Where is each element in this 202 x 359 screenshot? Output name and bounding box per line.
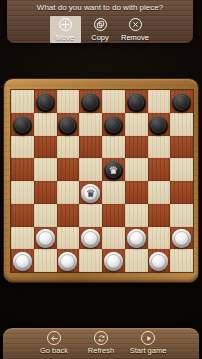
board-square[interactable]	[125, 249, 148, 272]
checkers-board-frame: ♛♛	[3, 78, 199, 283]
king-crown-icon: ♛	[104, 161, 123, 180]
board-square[interactable]	[11, 181, 34, 204]
white-king[interactable]: ♛	[81, 184, 100, 203]
board-square[interactable]	[57, 181, 80, 204]
board-square[interactable]	[34, 90, 57, 113]
board-square[interactable]	[102, 90, 125, 113]
board-square[interactable]	[148, 249, 171, 272]
remove-button-label: Remove	[121, 33, 149, 42]
start-game-button[interactable]: Start game	[129, 331, 167, 355]
white-man[interactable]	[149, 252, 168, 271]
board-square[interactable]	[57, 136, 80, 159]
board-square[interactable]	[125, 227, 148, 250]
copy-button-label: Copy	[91, 33, 109, 42]
black-man[interactable]	[58, 116, 77, 135]
refresh-label: Refresh	[88, 346, 114, 355]
board-square[interactable]	[34, 181, 57, 204]
board-square[interactable]	[34, 204, 57, 227]
white-man[interactable]	[104, 252, 123, 271]
board-square[interactable]	[79, 136, 102, 159]
board-square[interactable]	[57, 113, 80, 136]
board-square[interactable]	[11, 136, 34, 159]
white-man[interactable]	[127, 229, 146, 248]
board-square[interactable]	[170, 136, 193, 159]
board-square[interactable]	[102, 204, 125, 227]
board-square[interactable]	[125, 90, 148, 113]
black-king[interactable]: ♛	[104, 161, 123, 180]
bottom-actions: Go back Refresh	[3, 328, 199, 355]
board-square[interactable]	[102, 249, 125, 272]
remove-icon	[129, 18, 142, 31]
board-square[interactable]	[148, 136, 171, 159]
board-square[interactable]: ♛	[79, 181, 102, 204]
board-square[interactable]	[79, 249, 102, 272]
copy-icon	[94, 18, 107, 31]
board-grid: ♛♛	[11, 90, 193, 272]
black-man[interactable]	[149, 116, 168, 135]
board-square[interactable]	[170, 113, 193, 136]
dialog-title: What do you want to do with piece?	[7, 0, 193, 12]
board-square[interactable]	[170, 204, 193, 227]
black-man[interactable]	[36, 93, 55, 112]
checkers-app: What do you want to do with piece? Move	[0, 0, 202, 359]
board-square[interactable]	[148, 227, 171, 250]
board-square[interactable]	[79, 227, 102, 250]
black-man[interactable]	[104, 116, 123, 135]
board-square[interactable]	[11, 249, 34, 272]
board-square[interactable]	[102, 136, 125, 159]
board-square[interactable]	[170, 90, 193, 113]
board-square[interactable]	[34, 249, 57, 272]
board-square[interactable]	[11, 113, 34, 136]
board-square[interactable]	[125, 136, 148, 159]
board-square[interactable]	[102, 113, 125, 136]
board-square[interactable]	[79, 113, 102, 136]
start-game-label: Start game	[130, 346, 167, 355]
play-icon	[141, 331, 155, 345]
black-man[interactable]	[172, 93, 191, 112]
board-square[interactable]	[57, 204, 80, 227]
white-man[interactable]	[58, 252, 77, 271]
board-square[interactable]	[102, 181, 125, 204]
board-square[interactable]	[57, 249, 80, 272]
white-man[interactable]	[172, 229, 191, 248]
board-square[interactable]	[148, 204, 171, 227]
board-square[interactable]	[34, 227, 57, 250]
black-man[interactable]	[127, 93, 146, 112]
go-back-label: Go back	[40, 346, 68, 355]
board-square[interactable]	[11, 158, 34, 181]
dialog-actions: Move Copy Remove	[7, 16, 193, 43]
board-square[interactable]	[170, 249, 193, 272]
board-square[interactable]	[148, 113, 171, 136]
white-man[interactable]	[13, 252, 32, 271]
board-square[interactable]	[125, 113, 148, 136]
black-man[interactable]	[81, 93, 100, 112]
board-square[interactable]	[125, 158, 148, 181]
white-man[interactable]	[81, 229, 100, 248]
board-square[interactable]	[34, 113, 57, 136]
back-arrow-icon	[47, 331, 61, 345]
board-square[interactable]	[34, 136, 57, 159]
remove-button[interactable]: Remove	[120, 16, 151, 43]
board-square[interactable]	[57, 90, 80, 113]
board-square[interactable]	[34, 158, 57, 181]
board-square[interactable]	[79, 90, 102, 113]
board-square[interactable]	[11, 90, 34, 113]
board-square[interactable]	[170, 227, 193, 250]
board-square[interactable]	[125, 204, 148, 227]
go-back-button[interactable]: Go back	[35, 331, 73, 355]
piece-action-dialog: What do you want to do with piece? Move	[7, 0, 193, 43]
board-square[interactable]	[148, 181, 171, 204]
refresh-icon	[94, 331, 108, 345]
move-button[interactable]: Move	[50, 16, 81, 43]
board-square[interactable]	[57, 227, 80, 250]
black-man[interactable]	[13, 116, 32, 135]
board-square[interactable]	[170, 158, 193, 181]
board-square[interactable]	[57, 158, 80, 181]
board-square[interactable]	[148, 90, 171, 113]
board-square[interactable]	[79, 158, 102, 181]
move-icon	[59, 18, 72, 31]
board-square[interactable]	[11, 204, 34, 227]
white-man[interactable]	[36, 229, 55, 248]
board-square[interactable]	[11, 227, 34, 250]
king-crown-icon: ♛	[81, 184, 100, 203]
board-square[interactable]	[102, 227, 125, 250]
copy-button[interactable]: Copy	[85, 16, 116, 43]
board-square[interactable]: ♛	[102, 158, 125, 181]
board-square[interactable]	[148, 158, 171, 181]
bottom-toolbar: Go back Refresh	[3, 328, 199, 359]
board-square[interactable]	[79, 204, 102, 227]
board-square[interactable]	[170, 181, 193, 204]
refresh-button[interactable]: Refresh	[82, 331, 120, 355]
move-button-label: Move	[56, 33, 74, 42]
board-square[interactable]	[125, 181, 148, 204]
